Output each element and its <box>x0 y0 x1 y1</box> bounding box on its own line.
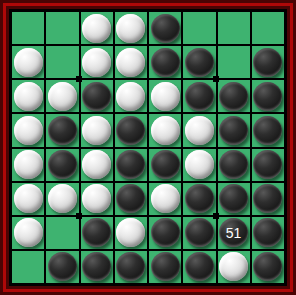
square-d7 <box>115 217 147 249</box>
black-disc <box>253 184 282 213</box>
square-g5 <box>218 149 250 181</box>
square-g1[interactable] <box>218 12 250 44</box>
black-disc <box>116 150 145 179</box>
black-disc <box>253 116 282 145</box>
black-disc <box>82 82 111 111</box>
square-f3 <box>183 80 215 112</box>
square-e3 <box>149 80 181 112</box>
square-b5 <box>46 149 78 181</box>
square-a3 <box>12 80 44 112</box>
square-h2 <box>252 46 284 78</box>
square-g8 <box>218 251 250 283</box>
square-f6 <box>183 183 215 215</box>
white-disc <box>185 116 214 145</box>
black-disc <box>151 150 180 179</box>
square-c8 <box>81 251 113 283</box>
black-disc <box>151 48 180 77</box>
square-b7[interactable] <box>46 217 78 249</box>
square-d5 <box>115 149 147 181</box>
black-disc <box>82 218 111 247</box>
black-disc <box>116 184 145 213</box>
square-a7 <box>12 217 44 249</box>
black-disc <box>253 252 282 281</box>
othello-board: 51 <box>12 12 284 283</box>
white-disc <box>14 218 43 247</box>
square-a4 <box>12 114 44 146</box>
square-g4 <box>218 114 250 146</box>
black-disc <box>253 218 282 247</box>
square-h8 <box>252 251 284 283</box>
square-h7 <box>252 217 284 249</box>
square-a1[interactable] <box>12 12 44 44</box>
black-disc <box>185 184 214 213</box>
board-frame-inner: 51 <box>6 6 290 289</box>
board-edge: 51 <box>9 9 287 286</box>
black-disc <box>116 116 145 145</box>
black-disc <box>219 184 248 213</box>
white-disc <box>14 48 43 77</box>
square-c1 <box>81 12 113 44</box>
square-d3 <box>115 80 147 112</box>
square-f8 <box>183 251 215 283</box>
square-h6 <box>252 183 284 215</box>
square-f5 <box>183 149 215 181</box>
square-g3 <box>218 80 250 112</box>
square-e2 <box>149 46 181 78</box>
white-disc <box>82 14 111 43</box>
square-d8 <box>115 251 147 283</box>
square-f4 <box>183 114 215 146</box>
black-disc <box>48 252 77 281</box>
square-d4 <box>115 114 147 146</box>
square-b2[interactable] <box>46 46 78 78</box>
square-a5 <box>12 149 44 181</box>
square-h1[interactable] <box>252 12 284 44</box>
square-g7: 51 <box>218 217 250 249</box>
black-disc <box>116 252 145 281</box>
white-disc <box>219 252 248 281</box>
square-g2[interactable] <box>218 46 250 78</box>
square-c4 <box>81 114 113 146</box>
square-d6 <box>115 183 147 215</box>
white-disc <box>82 150 111 179</box>
white-disc <box>82 184 111 213</box>
black-disc <box>219 150 248 179</box>
square-c3 <box>81 80 113 112</box>
square-g6 <box>218 183 250 215</box>
square-e6 <box>149 183 181 215</box>
black-disc <box>48 150 77 179</box>
square-f2 <box>183 46 215 78</box>
square-b1[interactable] <box>46 12 78 44</box>
square-e4 <box>149 114 181 146</box>
square-c5 <box>81 149 113 181</box>
square-h5 <box>252 149 284 181</box>
square-h4 <box>252 114 284 146</box>
black-disc <box>253 48 282 77</box>
black-disc <box>185 82 214 111</box>
square-a2 <box>12 46 44 78</box>
white-disc <box>116 48 145 77</box>
black-disc <box>185 252 214 281</box>
white-disc <box>14 184 43 213</box>
black-disc <box>253 82 282 111</box>
white-disc <box>151 184 180 213</box>
black-disc <box>185 218 214 247</box>
white-disc <box>116 82 145 111</box>
white-disc <box>14 116 43 145</box>
square-e5 <box>149 149 181 181</box>
square-c2 <box>81 46 113 78</box>
black-disc: 51 <box>219 218 248 247</box>
black-disc <box>48 116 77 145</box>
white-disc <box>14 82 43 111</box>
square-e7 <box>149 217 181 249</box>
white-disc <box>14 150 43 179</box>
square-c6 <box>81 183 113 215</box>
square-c7 <box>81 217 113 249</box>
black-disc <box>151 252 180 281</box>
square-d1 <box>115 12 147 44</box>
black-disc <box>185 48 214 77</box>
black-disc <box>82 252 111 281</box>
board-frame-outer: 51 <box>0 0 296 295</box>
board-dot <box>213 76 219 82</box>
square-b3 <box>46 80 78 112</box>
black-disc <box>151 218 180 247</box>
white-disc <box>48 82 77 111</box>
square-a6 <box>12 183 44 215</box>
square-e1 <box>149 12 181 44</box>
square-h3 <box>252 80 284 112</box>
black-disc <box>151 14 180 43</box>
white-disc <box>151 116 180 145</box>
black-disc <box>219 82 248 111</box>
white-disc <box>48 184 77 213</box>
square-d2 <box>115 46 147 78</box>
square-b8 <box>46 251 78 283</box>
black-disc <box>219 116 248 145</box>
white-disc <box>151 82 180 111</box>
white-disc <box>82 116 111 145</box>
square-b4 <box>46 114 78 146</box>
board-dot <box>76 76 82 82</box>
board-frame-stripe: 51 <box>3 3 293 292</box>
board-dot <box>76 213 82 219</box>
board-dot <box>213 213 219 219</box>
square-b6 <box>46 183 78 215</box>
white-disc <box>185 150 214 179</box>
white-disc <box>82 48 111 77</box>
square-f7 <box>183 217 215 249</box>
move-number-label: 51 <box>226 226 242 240</box>
white-disc <box>116 218 145 247</box>
square-f1[interactable] <box>183 12 215 44</box>
black-disc <box>253 150 282 179</box>
square-e8 <box>149 251 181 283</box>
square-a8[interactable] <box>12 251 44 283</box>
white-disc <box>116 14 145 43</box>
